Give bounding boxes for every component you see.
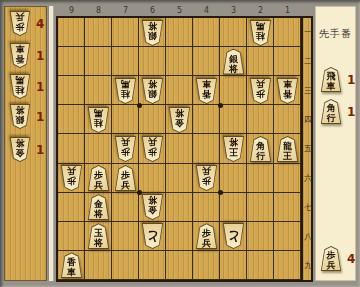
piece-glyph: 銀将	[222, 49, 245, 75]
piece-glyph: 金将	[9, 137, 31, 162]
piece-glyph: 銀将	[141, 20, 164, 46]
board-grid: 銀将桂馬銀将桂馬銀将香車歩兵香車桂馬金将歩兵歩兵王将角行龍王歩兵歩兵歩兵歩兵金将…	[58, 18, 303, 280]
piece-glyph: 香車	[195, 78, 218, 104]
piece-glyph: 香車	[9, 43, 31, 68]
board-square[interactable]	[247, 193, 274, 222]
piece-歩兵-86[interactable]: 歩兵	[87, 165, 110, 191]
shogi-app: 歩兵4香車1桂馬1銀将1金将1 987654321 銀将桂馬銀将桂馬銀将香車歩兵…	[0, 0, 360, 287]
piece-歩兵-46[interactable]: 歩兵	[195, 165, 218, 191]
board-square[interactable]	[220, 251, 247, 280]
board-square[interactable]	[166, 164, 193, 193]
file-label: 6	[139, 6, 166, 16]
piece-金将-87[interactable]: 金将	[87, 194, 110, 220]
piece-歩兵[interactable]: 歩兵	[320, 246, 342, 271]
board-square[interactable]	[112, 193, 139, 222]
board-square[interactable]	[58, 193, 85, 222]
board-square[interactable]	[166, 251, 193, 280]
piece-glyph: 歩兵	[114, 165, 137, 191]
board-square[interactable]	[220, 76, 247, 105]
board-square[interactable]	[112, 18, 139, 47]
board-square[interactable]	[85, 18, 112, 47]
piece-と-38[interactable]: と	[222, 223, 245, 249]
board-square[interactable]	[139, 251, 166, 280]
piece-glyph: 歩兵	[114, 136, 137, 162]
piece-香車-43[interactable]: 香車	[195, 78, 218, 104]
piece-glyph: 歩兵	[141, 136, 164, 162]
hand-count: 4	[347, 252, 355, 266]
piece-glyph: 王将	[222, 136, 245, 162]
piece-歩兵[interactable]: 歩兵	[9, 11, 31, 36]
file-label: 2	[247, 6, 274, 16]
board-square[interactable]	[220, 18, 247, 47]
board-square[interactable]	[247, 47, 274, 76]
star-point	[218, 190, 223, 195]
piece-桂馬-84[interactable]: 桂馬	[87, 107, 110, 133]
piece-歩兵-23[interactable]: 歩兵	[249, 78, 272, 104]
board-square[interactable]	[166, 193, 193, 222]
board-square[interactable]	[166, 134, 193, 163]
piece-歩兵-75[interactable]: 歩兵	[114, 136, 137, 162]
hand-count: 1	[36, 143, 44, 157]
rank-labels: 一二三四五六七八九	[303, 18, 313, 280]
rank-label: 六	[303, 164, 313, 193]
piece-glyph: と	[141, 223, 164, 249]
piece-銀将[interactable]: 銀将	[9, 104, 31, 129]
board-square[interactable]	[193, 47, 220, 76]
file-label: 7	[112, 6, 139, 16]
piece-glyph: 歩兵	[9, 11, 31, 36]
star-point	[218, 103, 223, 108]
board-square[interactable]	[58, 222, 85, 251]
piece-角行[interactable]: 角行	[320, 99, 342, 124]
board-square[interactable]	[193, 18, 220, 47]
piece-glyph: 歩兵	[87, 165, 110, 191]
sente-hand-tray: 先手番 飛車1角行1歩兵4	[315, 6, 356, 281]
gote-hand-tray: 歩兵4香車1桂馬1銀将1金将1	[4, 6, 47, 281]
file-label: 5	[166, 6, 193, 16]
piece-歩兵-96[interactable]: 歩兵	[60, 165, 83, 191]
piece-飛車[interactable]: 飛車	[320, 67, 342, 92]
piece-glyph: 金将	[168, 107, 191, 133]
board-square[interactable]	[112, 222, 139, 251]
board-square[interactable]	[112, 47, 139, 76]
piece-glyph: 歩兵	[320, 246, 342, 271]
board-square[interactable]	[139, 105, 166, 134]
piece-glyph: 飛車	[320, 67, 342, 92]
board-square[interactable]	[85, 47, 112, 76]
piece-glyph: 歩兵	[60, 165, 83, 191]
piece-香車-13[interactable]: 香車	[276, 78, 299, 104]
hand-count: 1	[36, 80, 44, 94]
board-square[interactable]	[85, 134, 112, 163]
file-label: 3	[220, 6, 247, 16]
piece-桂馬-21[interactable]: 桂馬	[249, 20, 272, 46]
file-labels: 987654321	[58, 6, 301, 16]
tray-board-divider	[48, 6, 54, 281]
board-square[interactable]	[193, 105, 220, 134]
board-square[interactable]	[247, 105, 274, 134]
piece-glyph: 歩兵	[249, 78, 272, 104]
board-square[interactable]	[247, 222, 274, 251]
piece-銀将-32[interactable]: 銀将	[222, 49, 245, 75]
board-square[interactable]	[139, 47, 166, 76]
board-square[interactable]	[193, 251, 220, 280]
board-square[interactable]	[274, 222, 301, 251]
piece-glyph: 金将	[87, 194, 110, 220]
piece-glyph: 龍王	[276, 136, 299, 162]
hand-count: 1	[347, 105, 355, 119]
piece-glyph: 角行	[249, 136, 272, 162]
rank-label: 二	[303, 47, 313, 76]
piece-玉将-88[interactable]: 玉将	[87, 223, 110, 249]
piece-金将[interactable]: 金将	[9, 137, 31, 162]
board-square[interactable]	[274, 164, 301, 193]
rank-label: 三	[303, 76, 313, 105]
board-square[interactable]	[166, 18, 193, 47]
piece-王将-35[interactable]: 王将	[222, 136, 245, 162]
board-square[interactable]	[220, 105, 247, 134]
piece-龍王-15[interactable]: 龍王	[276, 136, 299, 162]
board-square[interactable]	[139, 164, 166, 193]
rank-label: 一	[303, 18, 313, 47]
rank-label: 八	[303, 222, 313, 251]
board-square[interactable]	[274, 105, 301, 134]
board-square[interactable]	[220, 164, 247, 193]
piece-角行-25[interactable]: 角行	[249, 136, 272, 162]
piece-歩兵-48[interactable]: 歩兵	[195, 223, 218, 249]
board-square[interactable]	[274, 18, 301, 47]
board-square[interactable]	[166, 76, 193, 105]
piece-glyph: 香車	[60, 252, 83, 278]
shogi-board: 銀将桂馬銀将桂馬銀将香車歩兵香車桂馬金将歩兵歩兵王将角行龍王歩兵歩兵歩兵歩兵金将…	[56, 16, 313, 282]
board-square[interactable]	[220, 193, 247, 222]
rank-label: 四	[303, 105, 313, 134]
board-square[interactable]	[247, 164, 274, 193]
piece-歩兵-76[interactable]: 歩兵	[114, 165, 137, 191]
piece-glyph: 桂馬	[87, 107, 110, 133]
board-square[interactable]	[166, 222, 193, 251]
rank-label: 七	[303, 193, 313, 222]
hand-count: 1	[347, 73, 355, 87]
file-label: 4	[193, 6, 220, 16]
piece-銀将-61[interactable]: 銀将	[141, 20, 164, 46]
piece-glyph: 銀将	[141, 78, 164, 104]
board-square[interactable]	[58, 105, 85, 134]
rank-label: 九	[303, 251, 313, 280]
piece-glyph: と	[222, 223, 245, 249]
piece-桂馬[interactable]: 桂馬	[9, 74, 31, 99]
board-square[interactable]	[274, 47, 301, 76]
piece-glyph: 歩兵	[195, 223, 218, 249]
board-square[interactable]	[193, 193, 220, 222]
board-square[interactable]	[247, 251, 274, 280]
board-square[interactable]	[193, 134, 220, 163]
piece-glyph: 桂馬	[249, 20, 272, 46]
piece-銀将-63[interactable]: 銀将	[141, 78, 164, 104]
piece-金将-67[interactable]: 金将	[141, 194, 164, 220]
hand-count: 4	[36, 17, 44, 31]
board-square[interactable]	[58, 47, 85, 76]
board-square[interactable]	[166, 47, 193, 76]
piece-歩兵-65[interactable]: 歩兵	[141, 136, 164, 162]
piece-香車[interactable]: 香車	[9, 43, 31, 68]
piece-glyph: 金将	[141, 194, 164, 220]
piece-と-68[interactable]: と	[141, 223, 164, 249]
board-square[interactable]	[85, 76, 112, 105]
piece-glyph: 香車	[276, 78, 299, 104]
board-square[interactable]	[85, 251, 112, 280]
piece-glyph: 角行	[320, 99, 342, 124]
rank-label: 五	[303, 134, 313, 163]
file-label: 9	[58, 6, 85, 16]
board-square[interactable]	[274, 251, 301, 280]
board-square[interactable]	[112, 105, 139, 134]
piece-glyph: 桂馬	[114, 78, 137, 104]
piece-glyph: 桂馬	[9, 74, 31, 99]
piece-金将-54[interactable]: 金将	[168, 107, 191, 133]
piece-glyph: 銀将	[9, 104, 31, 129]
piece-桂馬-73[interactable]: 桂馬	[114, 78, 137, 104]
piece-glyph: 玉将	[87, 223, 110, 249]
file-label: 1	[274, 6, 301, 16]
board-square[interactable]	[58, 134, 85, 163]
board-square[interactable]	[112, 251, 139, 280]
hand-count: 1	[36, 110, 44, 124]
turn-indicator: 先手番	[316, 27, 355, 41]
file-label: 8	[85, 6, 112, 16]
board-square[interactable]	[58, 18, 85, 47]
piece-香車-99[interactable]: 香車	[60, 252, 83, 278]
piece-glyph: 歩兵	[195, 165, 218, 191]
hand-count: 1	[36, 49, 44, 63]
board-square[interactable]	[58, 76, 85, 105]
board-square[interactable]	[274, 193, 301, 222]
